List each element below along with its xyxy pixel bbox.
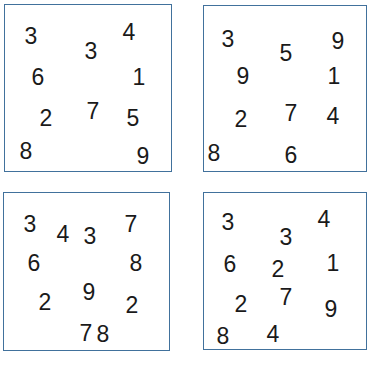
digit: 2 bbox=[40, 107, 53, 130]
digit: 4 bbox=[318, 208, 331, 231]
panel-3[interactable]: 34376829278 bbox=[3, 192, 170, 351]
digit: 5 bbox=[280, 42, 293, 65]
digit: 2 bbox=[235, 293, 248, 316]
digit: 8 bbox=[217, 325, 230, 348]
digit: 7 bbox=[125, 213, 138, 236]
digit: 7 bbox=[80, 322, 93, 345]
digit: 1 bbox=[328, 65, 341, 88]
digit: 2 bbox=[235, 108, 248, 131]
puzzle-stage: 3346127589 3599127486 34376829278 334621… bbox=[0, 0, 372, 365]
digit: 1 bbox=[133, 66, 146, 89]
digit: 8 bbox=[208, 142, 221, 165]
digit: 3 bbox=[222, 211, 235, 234]
digit: 2 bbox=[126, 294, 139, 317]
digit: 6 bbox=[28, 252, 41, 275]
digit: 6 bbox=[285, 144, 298, 167]
digit: 2 bbox=[272, 258, 285, 281]
digit: 4 bbox=[57, 223, 70, 246]
digit: 3 bbox=[85, 40, 98, 63]
digit: 6 bbox=[224, 253, 237, 276]
digit: 3 bbox=[25, 25, 38, 48]
digit: 9 bbox=[137, 145, 150, 168]
digit: 8 bbox=[130, 252, 143, 275]
digit: 3 bbox=[280, 226, 293, 249]
digit: 3 bbox=[84, 225, 97, 248]
digit: 9 bbox=[237, 65, 250, 88]
digit: 9 bbox=[332, 30, 345, 53]
digit: 4 bbox=[267, 323, 280, 346]
digit: 1 bbox=[327, 252, 340, 275]
digit: 6 bbox=[32, 66, 45, 89]
digit: 5 bbox=[127, 107, 140, 130]
digit: 8 bbox=[97, 323, 110, 346]
panel-4[interactable]: 33462127984 bbox=[203, 192, 367, 350]
digit: 4 bbox=[123, 21, 136, 44]
digit: 9 bbox=[83, 281, 96, 304]
digit: 3 bbox=[24, 213, 37, 236]
digit: 2 bbox=[39, 291, 52, 314]
digit: 7 bbox=[285, 102, 298, 125]
panel-1[interactable]: 3346127589 bbox=[4, 4, 172, 172]
digit: 7 bbox=[87, 100, 100, 123]
digit: 4 bbox=[327, 105, 340, 128]
panel-2[interactable]: 3599127486 bbox=[203, 5, 367, 172]
digit: 3 bbox=[222, 28, 235, 51]
digit: 7 bbox=[280, 286, 293, 309]
digit: 9 bbox=[325, 298, 338, 321]
digit: 8 bbox=[20, 140, 33, 163]
